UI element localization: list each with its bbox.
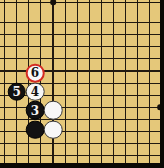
stone-black-C4[interactable]: 3 bbox=[26, 101, 45, 120]
board-edge-bottom bbox=[0, 163, 164, 168]
grid-line-horizontal bbox=[0, 143, 164, 144]
move-number-label: 5 bbox=[13, 86, 21, 98]
grid-line-horizontal bbox=[0, 131, 164, 132]
go-diagram: 6543 bbox=[0, 0, 164, 168]
grid-line-horizontal bbox=[0, 119, 164, 120]
stone-white-C6[interactable]: 6 bbox=[26, 64, 45, 83]
grid-line-horizontal bbox=[0, 22, 164, 23]
stone-white-D3[interactable] bbox=[44, 120, 63, 139]
top-cropped-grid-line bbox=[0, 2, 164, 4]
grid-line-horizontal bbox=[0, 155, 164, 156]
go-board[interactable]: 6543 bbox=[0, 0, 164, 168]
grid-line-horizontal bbox=[0, 107, 164, 108]
grid-line-horizontal bbox=[0, 46, 164, 47]
grid-line-horizontal bbox=[0, 70, 164, 71]
stone-black-C3[interactable] bbox=[26, 120, 45, 139]
stone-white-C5[interactable]: 4 bbox=[26, 83, 45, 102]
grid-line-horizontal bbox=[0, 34, 164, 35]
board-edge-right bbox=[160, 0, 164, 168]
move-number-label: 4 bbox=[31, 86, 39, 98]
stone-black-B5[interactable]: 5 bbox=[8, 83, 27, 102]
move-number-label: 3 bbox=[31, 104, 39, 116]
star-point bbox=[50, 0, 56, 5]
grid-line-horizontal bbox=[0, 58, 164, 59]
move-number-label: 6 bbox=[31, 67, 39, 79]
stone-white-D4[interactable] bbox=[44, 101, 63, 120]
grid-line-horizontal bbox=[0, 83, 164, 84]
